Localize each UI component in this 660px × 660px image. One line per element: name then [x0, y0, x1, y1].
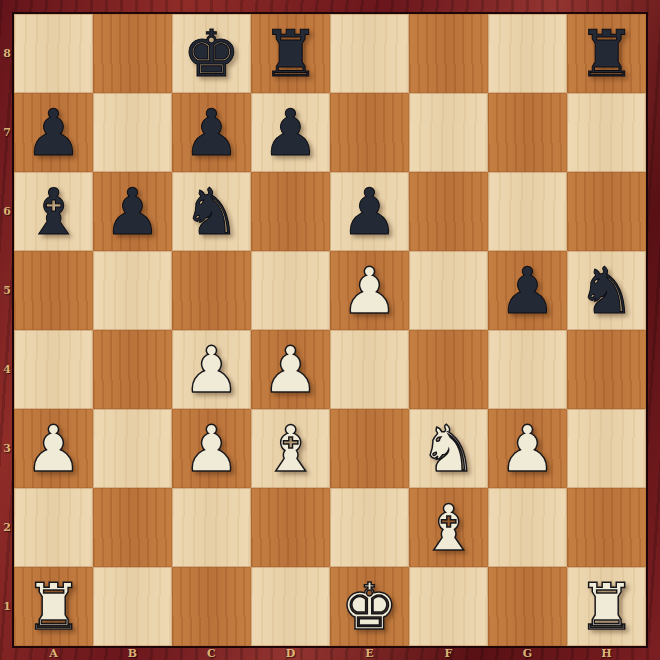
piece-white-bishop[interactable]: ♝ [262, 417, 319, 481]
square-f3[interactable]: ♞ [409, 409, 488, 488]
file-label-h: H [567, 646, 646, 660]
square-f2[interactable]: ♝ [409, 488, 488, 567]
square-c4[interactable]: ♟ [172, 330, 251, 409]
piece-black-king[interactable]: ♚ [183, 22, 240, 86]
piece-black-pawn[interactable]: ♟ [104, 180, 161, 244]
square-f7[interactable] [409, 93, 488, 172]
square-h3[interactable] [567, 409, 646, 488]
square-c6[interactable]: ♞ [172, 172, 251, 251]
rank-label-5: 5 [0, 251, 14, 330]
square-f6[interactable] [409, 172, 488, 251]
square-g8[interactable] [488, 14, 567, 93]
piece-white-rook[interactable]: ♜ [25, 575, 82, 639]
file-label-f: F [409, 646, 488, 660]
file-label-d: D [251, 646, 330, 660]
file-label-c: C [172, 646, 251, 660]
chess-board-frame: 87654321 ABCDEFGH ♚♜♜♟♟♟♝♟♞♟♟♟♞♟♟♟♟♝♞♟♝♜… [0, 0, 660, 660]
square-d3[interactable]: ♝ [251, 409, 330, 488]
square-e4[interactable] [330, 330, 409, 409]
square-c1[interactable] [172, 567, 251, 646]
rank-label-4: 4 [0, 330, 14, 409]
square-d6[interactable] [251, 172, 330, 251]
square-a1[interactable]: ♜ [14, 567, 93, 646]
square-h4[interactable] [567, 330, 646, 409]
square-d2[interactable] [251, 488, 330, 567]
piece-white-pawn[interactable]: ♟ [25, 417, 82, 481]
square-h5[interactable]: ♞ [567, 251, 646, 330]
chess-board: ♚♜♜♟♟♟♝♟♞♟♟♟♞♟♟♟♟♝♞♟♝♜♚♜ [14, 14, 646, 646]
piece-white-pawn[interactable]: ♟ [183, 417, 240, 481]
piece-white-bishop[interactable]: ♝ [420, 496, 477, 560]
square-c7[interactable]: ♟ [172, 93, 251, 172]
square-b7[interactable] [93, 93, 172, 172]
square-f5[interactable] [409, 251, 488, 330]
rank-label-1: 1 [0, 567, 14, 646]
piece-black-knight[interactable]: ♞ [183, 180, 240, 244]
square-h2[interactable] [567, 488, 646, 567]
square-c5[interactable] [172, 251, 251, 330]
rank-label-2: 2 [0, 488, 14, 567]
square-a5[interactable] [14, 251, 93, 330]
piece-white-knight[interactable]: ♞ [420, 417, 477, 481]
piece-white-pawn[interactable]: ♟ [341, 259, 398, 323]
square-c3[interactable]: ♟ [172, 409, 251, 488]
square-g6[interactable] [488, 172, 567, 251]
square-b1[interactable] [93, 567, 172, 646]
square-e7[interactable] [330, 93, 409, 172]
square-b6[interactable]: ♟ [93, 172, 172, 251]
piece-black-bishop[interactable]: ♝ [25, 180, 82, 244]
square-b5[interactable] [93, 251, 172, 330]
square-d1[interactable] [251, 567, 330, 646]
square-a7[interactable]: ♟ [14, 93, 93, 172]
piece-black-rook[interactable]: ♜ [578, 22, 635, 86]
square-f8[interactable] [409, 14, 488, 93]
file-label-e: E [330, 646, 409, 660]
file-label-g: G [488, 646, 567, 660]
square-g5[interactable]: ♟ [488, 251, 567, 330]
square-a4[interactable] [14, 330, 93, 409]
square-d7[interactable]: ♟ [251, 93, 330, 172]
piece-black-pawn[interactable]: ♟ [262, 101, 319, 165]
square-e8[interactable] [330, 14, 409, 93]
piece-white-rook[interactable]: ♜ [578, 575, 635, 639]
piece-black-pawn[interactable]: ♟ [183, 101, 240, 165]
square-d8[interactable]: ♜ [251, 14, 330, 93]
square-b2[interactable] [93, 488, 172, 567]
square-d5[interactable] [251, 251, 330, 330]
file-label-b: B [93, 646, 172, 660]
piece-black-pawn[interactable]: ♟ [341, 180, 398, 244]
square-g2[interactable] [488, 488, 567, 567]
square-h1[interactable]: ♜ [567, 567, 646, 646]
square-c8[interactable]: ♚ [172, 14, 251, 93]
square-g1[interactable] [488, 567, 567, 646]
square-a6[interactable]: ♝ [14, 172, 93, 251]
square-e2[interactable] [330, 488, 409, 567]
square-g3[interactable]: ♟ [488, 409, 567, 488]
square-b3[interactable] [93, 409, 172, 488]
square-g4[interactable] [488, 330, 567, 409]
rank-label-8: 8 [0, 14, 14, 93]
square-g7[interactable] [488, 93, 567, 172]
piece-white-king[interactable]: ♚ [341, 575, 398, 639]
square-a3[interactable]: ♟ [14, 409, 93, 488]
square-e3[interactable] [330, 409, 409, 488]
file-labels: ABCDEFGH [14, 646, 646, 660]
square-c2[interactable] [172, 488, 251, 567]
square-a2[interactable] [14, 488, 93, 567]
rank-labels: 87654321 [0, 14, 14, 646]
piece-white-pawn[interactable]: ♟ [499, 417, 556, 481]
square-b4[interactable] [93, 330, 172, 409]
rank-label-6: 6 [0, 172, 14, 251]
square-d4[interactable]: ♟ [251, 330, 330, 409]
rank-label-3: 3 [0, 409, 14, 488]
rank-label-7: 7 [0, 93, 14, 172]
piece-black-pawn[interactable]: ♟ [499, 259, 556, 323]
square-f1[interactable] [409, 567, 488, 646]
piece-white-pawn[interactable]: ♟ [183, 338, 240, 402]
square-e5[interactable]: ♟ [330, 251, 409, 330]
square-h7[interactable] [567, 93, 646, 172]
piece-black-pawn[interactable]: ♟ [25, 101, 82, 165]
square-b8[interactable] [93, 14, 172, 93]
square-f4[interactable] [409, 330, 488, 409]
piece-black-rook[interactable]: ♜ [262, 22, 319, 86]
square-e6[interactable]: ♟ [330, 172, 409, 251]
square-h8[interactable]: ♜ [567, 14, 646, 93]
piece-black-knight[interactable]: ♞ [578, 259, 635, 323]
square-a8[interactable] [14, 14, 93, 93]
square-h6[interactable] [567, 172, 646, 251]
square-e1[interactable]: ♚ [330, 567, 409, 646]
file-label-a: A [14, 646, 93, 660]
piece-white-pawn[interactable]: ♟ [262, 338, 319, 402]
